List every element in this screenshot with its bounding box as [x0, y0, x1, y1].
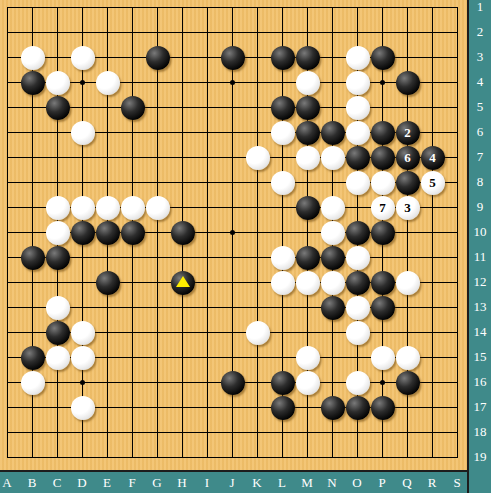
- point-O18[interactable]: [345, 420, 370, 445]
- point-A18[interactable]: [0, 420, 20, 445]
- point-P6[interactable]: [370, 120, 395, 145]
- point-R8[interactable]: 5: [420, 170, 445, 195]
- point-J10[interactable]: [220, 220, 245, 245]
- point-B5[interactable]: [20, 95, 45, 120]
- point-C9[interactable]: [45, 195, 70, 220]
- point-F16[interactable]: [120, 370, 145, 395]
- point-M11[interactable]: [295, 245, 320, 270]
- point-J9[interactable]: [220, 195, 245, 220]
- point-A16[interactable]: [0, 370, 20, 395]
- point-K5[interactable]: [245, 95, 270, 120]
- point-N13[interactable]: [320, 295, 345, 320]
- point-P13[interactable]: [370, 295, 395, 320]
- point-H15[interactable]: [170, 345, 195, 370]
- point-C10[interactable]: [45, 220, 70, 245]
- point-Q7[interactable]: 6: [395, 145, 420, 170]
- point-O11[interactable]: [345, 245, 370, 270]
- point-Q9[interactable]: 3: [395, 195, 420, 220]
- point-G19[interactable]: [145, 445, 170, 470]
- point-C14[interactable]: [45, 320, 70, 345]
- point-B13[interactable]: [20, 295, 45, 320]
- point-E18[interactable]: [95, 420, 120, 445]
- point-N1[interactable]: [320, 0, 345, 20]
- point-F14[interactable]: [120, 320, 145, 345]
- point-N18[interactable]: [320, 420, 345, 445]
- point-L4[interactable]: [270, 70, 295, 95]
- point-N10[interactable]: [320, 220, 345, 245]
- point-F18[interactable]: [120, 420, 145, 445]
- point-N8[interactable]: [320, 170, 345, 195]
- point-A10[interactable]: [0, 220, 20, 245]
- point-E15[interactable]: [95, 345, 120, 370]
- point-J4[interactable]: [220, 70, 245, 95]
- point-K11[interactable]: [245, 245, 270, 270]
- point-P3[interactable]: [370, 45, 395, 70]
- point-L7[interactable]: [270, 145, 295, 170]
- point-B19[interactable]: [20, 445, 45, 470]
- point-K7[interactable]: [245, 145, 270, 170]
- point-I10[interactable]: [195, 220, 220, 245]
- point-B12[interactable]: [20, 270, 45, 295]
- point-N14[interactable]: [320, 320, 345, 345]
- point-A6[interactable]: [0, 120, 20, 145]
- point-P16[interactable]: [370, 370, 395, 395]
- point-K2[interactable]: [245, 20, 270, 45]
- point-I18[interactable]: [195, 420, 220, 445]
- point-B9[interactable]: [20, 195, 45, 220]
- point-G17[interactable]: [145, 395, 170, 420]
- point-K18[interactable]: [245, 420, 270, 445]
- point-E6[interactable]: [95, 120, 120, 145]
- point-M16[interactable]: [295, 370, 320, 395]
- point-M15[interactable]: [295, 345, 320, 370]
- point-N2[interactable]: [320, 20, 345, 45]
- point-P9[interactable]: 7: [370, 195, 395, 220]
- point-A15[interactable]: [0, 345, 20, 370]
- point-K12[interactable]: [245, 270, 270, 295]
- point-Q13[interactable]: [395, 295, 420, 320]
- point-D15[interactable]: [70, 345, 95, 370]
- point-K17[interactable]: [245, 395, 270, 420]
- point-H6[interactable]: [170, 120, 195, 145]
- point-L17[interactable]: [270, 395, 295, 420]
- point-C17[interactable]: [45, 395, 70, 420]
- point-N7[interactable]: [320, 145, 345, 170]
- point-H16[interactable]: [170, 370, 195, 395]
- point-L1[interactable]: [270, 0, 295, 20]
- point-O7[interactable]: [345, 145, 370, 170]
- point-M7[interactable]: [295, 145, 320, 170]
- point-E9[interactable]: [95, 195, 120, 220]
- point-I5[interactable]: [195, 95, 220, 120]
- point-B6[interactable]: [20, 120, 45, 145]
- point-N5[interactable]: [320, 95, 345, 120]
- point-D1[interactable]: [70, 0, 95, 20]
- point-G16[interactable]: [145, 370, 170, 395]
- point-R16[interactable]: [420, 370, 445, 395]
- point-M1[interactable]: [295, 0, 320, 20]
- point-O6[interactable]: [345, 120, 370, 145]
- point-E8[interactable]: [95, 170, 120, 195]
- point-N16[interactable]: [320, 370, 345, 395]
- point-C18[interactable]: [45, 420, 70, 445]
- point-F10[interactable]: [120, 220, 145, 245]
- point-M10[interactable]: [295, 220, 320, 245]
- point-G2[interactable]: [145, 20, 170, 45]
- point-A1[interactable]: [0, 0, 20, 20]
- point-Q16[interactable]: [395, 370, 420, 395]
- point-A3[interactable]: [0, 45, 20, 70]
- point-N17[interactable]: [320, 395, 345, 420]
- point-C2[interactable]: [45, 20, 70, 45]
- point-L5[interactable]: [270, 95, 295, 120]
- point-L11[interactable]: [270, 245, 295, 270]
- point-Q1[interactable]: [395, 0, 420, 20]
- point-G15[interactable]: [145, 345, 170, 370]
- point-A5[interactable]: [0, 95, 20, 120]
- point-A13[interactable]: [0, 295, 20, 320]
- point-P14[interactable]: [370, 320, 395, 345]
- point-Q17[interactable]: [395, 395, 420, 420]
- point-I6[interactable]: [195, 120, 220, 145]
- point-Q10[interactable]: [395, 220, 420, 245]
- point-K14[interactable]: [245, 320, 270, 345]
- point-I1[interactable]: [195, 0, 220, 20]
- point-I11[interactable]: [195, 245, 220, 270]
- point-D8[interactable]: [70, 170, 95, 195]
- point-A7[interactable]: [0, 145, 20, 170]
- point-E2[interactable]: [95, 20, 120, 45]
- point-B1[interactable]: [20, 0, 45, 20]
- point-D16[interactable]: [70, 370, 95, 395]
- point-Q15[interactable]: [395, 345, 420, 370]
- point-D10[interactable]: [70, 220, 95, 245]
- point-B10[interactable]: [20, 220, 45, 245]
- point-I4[interactable]: [195, 70, 220, 95]
- point-R18[interactable]: [420, 420, 445, 445]
- point-F1[interactable]: [120, 0, 145, 20]
- point-N9[interactable]: [320, 195, 345, 220]
- point-D7[interactable]: [70, 145, 95, 170]
- point-H19[interactable]: [170, 445, 195, 470]
- point-E10[interactable]: [95, 220, 120, 245]
- point-J12[interactable]: [220, 270, 245, 295]
- point-H13[interactable]: [170, 295, 195, 320]
- point-E3[interactable]: [95, 45, 120, 70]
- point-Q6[interactable]: 2: [395, 120, 420, 145]
- point-Q11[interactable]: [395, 245, 420, 270]
- point-M12[interactable]: [295, 270, 320, 295]
- point-D6[interactable]: [70, 120, 95, 145]
- point-D18[interactable]: [70, 420, 95, 445]
- point-J6[interactable]: [220, 120, 245, 145]
- point-P12[interactable]: [370, 270, 395, 295]
- point-Q5[interactable]: [395, 95, 420, 120]
- point-E17[interactable]: [95, 395, 120, 420]
- point-C12[interactable]: [45, 270, 70, 295]
- point-I16[interactable]: [195, 370, 220, 395]
- point-P15[interactable]: [370, 345, 395, 370]
- point-P19[interactable]: [370, 445, 395, 470]
- point-M6[interactable]: [295, 120, 320, 145]
- point-B2[interactable]: [20, 20, 45, 45]
- point-C6[interactable]: [45, 120, 70, 145]
- point-H5[interactable]: [170, 95, 195, 120]
- point-J1[interactable]: [220, 0, 245, 20]
- point-K19[interactable]: [245, 445, 270, 470]
- point-H14[interactable]: [170, 320, 195, 345]
- point-E13[interactable]: [95, 295, 120, 320]
- point-N3[interactable]: [320, 45, 345, 70]
- point-B16[interactable]: [20, 370, 45, 395]
- point-O17[interactable]: [345, 395, 370, 420]
- point-K16[interactable]: [245, 370, 270, 395]
- point-O9[interactable]: [345, 195, 370, 220]
- point-R3[interactable]: [420, 45, 445, 70]
- point-K6[interactable]: [245, 120, 270, 145]
- point-H9[interactable]: [170, 195, 195, 220]
- point-A14[interactable]: [0, 320, 20, 345]
- point-I15[interactable]: [195, 345, 220, 370]
- point-D19[interactable]: [70, 445, 95, 470]
- point-A17[interactable]: [0, 395, 20, 420]
- point-E5[interactable]: [95, 95, 120, 120]
- point-A2[interactable]: [0, 20, 20, 45]
- point-G1[interactable]: [145, 0, 170, 20]
- point-A11[interactable]: [0, 245, 20, 270]
- point-I9[interactable]: [195, 195, 220, 220]
- point-D4[interactable]: [70, 70, 95, 95]
- point-E14[interactable]: [95, 320, 120, 345]
- point-G3[interactable]: [145, 45, 170, 70]
- point-N15[interactable]: [320, 345, 345, 370]
- point-H8[interactable]: [170, 170, 195, 195]
- point-G12[interactable]: [145, 270, 170, 295]
- point-N19[interactable]: [320, 445, 345, 470]
- point-L2[interactable]: [270, 20, 295, 45]
- point-H11[interactable]: [170, 245, 195, 270]
- point-Q2[interactable]: [395, 20, 420, 45]
- point-B18[interactable]: [20, 420, 45, 445]
- point-I19[interactable]: [195, 445, 220, 470]
- point-L18[interactable]: [270, 420, 295, 445]
- point-O2[interactable]: [345, 20, 370, 45]
- point-D12[interactable]: [70, 270, 95, 295]
- point-R14[interactable]: [420, 320, 445, 345]
- point-N6[interactable]: [320, 120, 345, 145]
- point-E19[interactable]: [95, 445, 120, 470]
- point-J19[interactable]: [220, 445, 245, 470]
- point-H4[interactable]: [170, 70, 195, 95]
- point-K10[interactable]: [245, 220, 270, 245]
- point-G10[interactable]: [145, 220, 170, 245]
- point-O14[interactable]: [345, 320, 370, 345]
- point-G7[interactable]: [145, 145, 170, 170]
- point-J13[interactable]: [220, 295, 245, 320]
- point-F13[interactable]: [120, 295, 145, 320]
- point-G11[interactable]: [145, 245, 170, 270]
- point-L19[interactable]: [270, 445, 295, 470]
- point-H2[interactable]: [170, 20, 195, 45]
- point-M5[interactable]: [295, 95, 320, 120]
- point-I14[interactable]: [195, 320, 220, 345]
- point-I3[interactable]: [195, 45, 220, 70]
- point-O12[interactable]: [345, 270, 370, 295]
- point-L8[interactable]: [270, 170, 295, 195]
- point-R10[interactable]: [420, 220, 445, 245]
- point-P10[interactable]: [370, 220, 395, 245]
- point-C5[interactable]: [45, 95, 70, 120]
- point-B17[interactable]: [20, 395, 45, 420]
- point-N4[interactable]: [320, 70, 345, 95]
- point-J11[interactable]: [220, 245, 245, 270]
- point-K8[interactable]: [245, 170, 270, 195]
- point-L15[interactable]: [270, 345, 295, 370]
- point-C15[interactable]: [45, 345, 70, 370]
- point-C4[interactable]: [45, 70, 70, 95]
- point-D17[interactable]: [70, 395, 95, 420]
- point-J17[interactable]: [220, 395, 245, 420]
- point-O13[interactable]: [345, 295, 370, 320]
- point-F6[interactable]: [120, 120, 145, 145]
- point-E11[interactable]: [95, 245, 120, 270]
- point-F4[interactable]: [120, 70, 145, 95]
- point-M18[interactable]: [295, 420, 320, 445]
- point-K9[interactable]: [245, 195, 270, 220]
- point-F2[interactable]: [120, 20, 145, 45]
- point-B8[interactable]: [20, 170, 45, 195]
- point-I17[interactable]: [195, 395, 220, 420]
- point-C19[interactable]: [45, 445, 70, 470]
- point-R4[interactable]: [420, 70, 445, 95]
- point-C8[interactable]: [45, 170, 70, 195]
- point-B11[interactable]: [20, 245, 45, 270]
- point-P18[interactable]: [370, 420, 395, 445]
- point-K4[interactable]: [245, 70, 270, 95]
- point-R2[interactable]: [420, 20, 445, 45]
- point-J14[interactable]: [220, 320, 245, 345]
- point-O10[interactable]: [345, 220, 370, 245]
- point-I8[interactable]: [195, 170, 220, 195]
- point-K3[interactable]: [245, 45, 270, 70]
- point-J3[interactable]: [220, 45, 245, 70]
- point-F12[interactable]: [120, 270, 145, 295]
- point-R6[interactable]: [420, 120, 445, 145]
- point-N11[interactable]: [320, 245, 345, 270]
- point-K13[interactable]: [245, 295, 270, 320]
- point-H7[interactable]: [170, 145, 195, 170]
- point-H10[interactable]: [170, 220, 195, 245]
- point-H1[interactable]: [170, 0, 195, 20]
- point-B3[interactable]: [20, 45, 45, 70]
- point-A12[interactable]: [0, 270, 20, 295]
- point-B7[interactable]: [20, 145, 45, 170]
- point-L12[interactable]: [270, 270, 295, 295]
- point-E12[interactable]: [95, 270, 120, 295]
- point-G4[interactable]: [145, 70, 170, 95]
- point-D3[interactable]: [70, 45, 95, 70]
- point-D2[interactable]: [70, 20, 95, 45]
- point-R13[interactable]: [420, 295, 445, 320]
- point-F15[interactable]: [120, 345, 145, 370]
- point-F11[interactable]: [120, 245, 145, 270]
- point-L9[interactable]: [270, 195, 295, 220]
- point-G8[interactable]: [145, 170, 170, 195]
- point-L14[interactable]: [270, 320, 295, 345]
- point-P7[interactable]: [370, 145, 395, 170]
- point-Q19[interactable]: [395, 445, 420, 470]
- point-O19[interactable]: [345, 445, 370, 470]
- point-D5[interactable]: [70, 95, 95, 120]
- point-Q3[interactable]: [395, 45, 420, 70]
- point-D14[interactable]: [70, 320, 95, 345]
- point-H3[interactable]: [170, 45, 195, 70]
- point-F19[interactable]: [120, 445, 145, 470]
- point-M14[interactable]: [295, 320, 320, 345]
- point-Q12[interactable]: [395, 270, 420, 295]
- point-P5[interactable]: [370, 95, 395, 120]
- point-E1[interactable]: [95, 0, 120, 20]
- point-P11[interactable]: [370, 245, 395, 270]
- point-I12[interactable]: [195, 270, 220, 295]
- point-O15[interactable]: [345, 345, 370, 370]
- point-G6[interactable]: [145, 120, 170, 145]
- point-R9[interactable]: [420, 195, 445, 220]
- point-P1[interactable]: [370, 0, 395, 20]
- point-Q14[interactable]: [395, 320, 420, 345]
- point-O1[interactable]: [345, 0, 370, 20]
- point-J8[interactable]: [220, 170, 245, 195]
- point-I13[interactable]: [195, 295, 220, 320]
- point-J18[interactable]: [220, 420, 245, 445]
- point-Q8[interactable]: [395, 170, 420, 195]
- point-O4[interactable]: [345, 70, 370, 95]
- point-E7[interactable]: [95, 145, 120, 170]
- point-R1[interactable]: [420, 0, 445, 20]
- point-A8[interactable]: [0, 170, 20, 195]
- point-O5[interactable]: [345, 95, 370, 120]
- point-L10[interactable]: [270, 220, 295, 245]
- point-B4[interactable]: [20, 70, 45, 95]
- point-E16[interactable]: [95, 370, 120, 395]
- point-J7[interactable]: [220, 145, 245, 170]
- point-P4[interactable]: [370, 70, 395, 95]
- point-G13[interactable]: [145, 295, 170, 320]
- point-K15[interactable]: [245, 345, 270, 370]
- point-R17[interactable]: [420, 395, 445, 420]
- point-L16[interactable]: [270, 370, 295, 395]
- point-Q4[interactable]: [395, 70, 420, 95]
- point-B14[interactable]: [20, 320, 45, 345]
- point-Q18[interactable]: [395, 420, 420, 445]
- point-E4[interactable]: [95, 70, 120, 95]
- point-L13[interactable]: [270, 295, 295, 320]
- point-P17[interactable]: [370, 395, 395, 420]
- point-C7[interactable]: [45, 145, 70, 170]
- point-R19[interactable]: [420, 445, 445, 470]
- point-P8[interactable]: [370, 170, 395, 195]
- point-B15[interactable]: [20, 345, 45, 370]
- point-M3[interactable]: [295, 45, 320, 70]
- point-H12[interactable]: [170, 270, 195, 295]
- point-O16[interactable]: [345, 370, 370, 395]
- point-N12[interactable]: [320, 270, 345, 295]
- point-M2[interactable]: [295, 20, 320, 45]
- point-G18[interactable]: [145, 420, 170, 445]
- point-J15[interactable]: [220, 345, 245, 370]
- point-F8[interactable]: [120, 170, 145, 195]
- point-G5[interactable]: [145, 95, 170, 120]
